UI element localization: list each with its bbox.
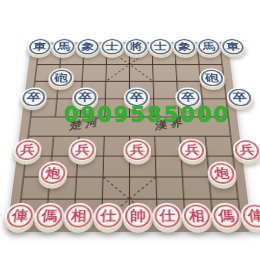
piece-red-俥: 俥 bbox=[3, 203, 36, 229]
piece-red-兵: 兵 bbox=[123, 139, 151, 162]
piece-glyph: 士 bbox=[106, 42, 119, 51]
piece-black-士: 士 bbox=[148, 38, 173, 56]
piece-glyph: 相 bbox=[70, 209, 86, 223]
piece-black-車: 車 bbox=[26, 38, 52, 56]
piece-glyph: 兵 bbox=[184, 144, 199, 156]
piece-glyph: 車 bbox=[226, 42, 240, 51]
piece-glyph: 炮 bbox=[214, 167, 230, 180]
piece-black-車: 車 bbox=[220, 38, 247, 56]
piece-red-炮: 炮 bbox=[207, 161, 238, 185]
xiangqi-board: 楚河 漢界 車馬象士將士象馬車砲砲卒卒卒卒卒兵兵兵兵兵炮炮俥傌相仕帥仕相傌俥 bbox=[7, 42, 252, 232]
piece-red-傌: 傌 bbox=[33, 203, 65, 229]
piece-red-兵: 兵 bbox=[232, 139, 260, 162]
piece-red-兵: 兵 bbox=[68, 139, 97, 162]
pieces-layer: 車馬象士將士象馬車砲砲卒卒卒卒卒兵兵兵兵兵炮炮俥傌相仕帥仕相傌俥 bbox=[3, 41, 257, 234]
piece-black-馬: 馬 bbox=[51, 38, 77, 56]
piece-red-兵: 兵 bbox=[178, 139, 207, 162]
piece-red-俥: 俥 bbox=[240, 203, 260, 229]
piece-glyph: 馬 bbox=[57, 42, 71, 51]
watermark-text: 0909585000 bbox=[64, 103, 230, 127]
piece-glyph: 卒 bbox=[181, 92, 196, 103]
piece-glyph: 卒 bbox=[26, 92, 41, 103]
piece-black-將: 將 bbox=[124, 38, 148, 56]
piece-red-相: 相 bbox=[181, 203, 212, 229]
piece-glyph: 傌 bbox=[41, 209, 58, 223]
piece-black-卒: 卒 bbox=[19, 88, 47, 108]
piece-glyph: 兵 bbox=[130, 144, 145, 156]
piece-glyph: 砲 bbox=[54, 73, 68, 83]
piece-black-象: 象 bbox=[75, 38, 100, 56]
piece-glyph: 傌 bbox=[218, 209, 235, 223]
piece-glyph: 炮 bbox=[45, 167, 61, 180]
piece-glyph: 象 bbox=[178, 42, 192, 51]
piece-red-仕: 仕 bbox=[152, 203, 183, 229]
piece-red-炮: 炮 bbox=[38, 161, 68, 185]
piece-black-砲: 砲 bbox=[199, 69, 226, 88]
board-perspective-wrap: 楚河 漢界 車馬象士將士象馬車砲砲卒卒卒卒卒兵兵兵兵兵炮炮俥傌相仕帥仕相傌俥 bbox=[7, 42, 252, 232]
piece-glyph: 俥 bbox=[247, 209, 260, 223]
piece-glyph: 兵 bbox=[20, 144, 36, 156]
piece-red-相: 相 bbox=[63, 203, 94, 229]
piece-glyph: 卒 bbox=[232, 92, 247, 103]
piece-red-帥: 帥 bbox=[123, 203, 153, 229]
piece-red-仕: 仕 bbox=[93, 203, 123, 229]
piece-glyph: 卒 bbox=[130, 92, 144, 103]
piece-black-馬: 馬 bbox=[196, 38, 222, 56]
piece-black-士: 士 bbox=[100, 38, 125, 56]
piece-glyph: 車 bbox=[33, 42, 47, 51]
piece-red-傌: 傌 bbox=[210, 203, 242, 229]
piece-glyph: 俥 bbox=[11, 209, 28, 223]
piece-glyph: 帥 bbox=[130, 209, 146, 223]
piece-glyph: 仕 bbox=[100, 209, 116, 223]
piece-glyph: 將 bbox=[130, 42, 143, 51]
piece-black-象: 象 bbox=[172, 38, 197, 56]
piece-glyph: 仕 bbox=[159, 209, 175, 223]
xiangqi-set-photo: 楚河 漢界 車馬象士將士象馬車砲砲卒卒卒卒卒兵兵兵兵兵炮炮俥傌相仕帥仕相傌俥 0… bbox=[0, 0, 260, 260]
piece-glyph: 砲 bbox=[205, 73, 219, 83]
piece-glyph: 士 bbox=[154, 42, 167, 51]
piece-glyph: 象 bbox=[81, 42, 94, 51]
piece-glyph: 兵 bbox=[239, 144, 255, 156]
piece-red-兵: 兵 bbox=[12, 139, 42, 162]
piece-glyph: 馬 bbox=[202, 42, 216, 51]
piece-glyph: 兵 bbox=[75, 144, 90, 156]
piece-glyph: 相 bbox=[189, 209, 206, 223]
piece-black-砲: 砲 bbox=[48, 69, 75, 88]
piece-glyph: 卒 bbox=[78, 92, 92, 103]
